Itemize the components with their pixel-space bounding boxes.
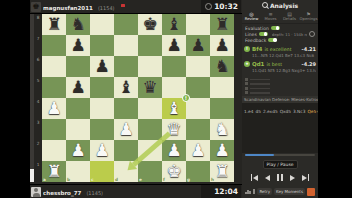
square-g6[interactable] (186, 56, 210, 77)
square-d6[interactable] (114, 56, 138, 77)
square-b6[interactable] (66, 56, 90, 77)
move-token[interactable]: 2.exd5 (263, 109, 278, 114)
pause-button[interactable] (277, 174, 283, 181)
move-feedback: ! Bf4 is excellent -4.21 11...Nf5 12.Qd1… (242, 44, 318, 76)
square-a7[interactable] (42, 35, 66, 56)
chart-icon[interactable] (245, 190, 251, 194)
engine-settings: Evaluation Lines depth: 11 · 154k n/s Fe… (242, 24, 318, 44)
first-move-button[interactable] (251, 174, 258, 181)
panel-header: Analysis (242, 0, 318, 10)
tab-review[interactable]: ◎ Review (242, 10, 261, 23)
previous-move-button[interactable] (265, 175, 270, 181)
panel-title: Analysis (270, 2, 298, 9)
piece-black-rook[interactable]: ♜ (42, 14, 66, 35)
excellent-move-icon: ! (244, 46, 250, 52)
piece-white-pawn[interactable]: ♟ (66, 140, 90, 161)
square-e6[interactable] (138, 56, 162, 77)
piece-white-pawn[interactable]: ♟ (114, 119, 138, 140)
piece-black-pawn[interactable]: ♟ (90, 56, 114, 77)
feedback-row-played[interactable]: ! Bf4 is excellent -4.21 11...Nf5 12.Qd1… (244, 46, 316, 58)
piece-black-pawn[interactable]: ♟ (162, 35, 186, 56)
piece-white-rook[interactable]: ♜ (42, 161, 66, 182)
square-g5[interactable] (186, 77, 210, 98)
square-c3[interactable] (90, 119, 114, 140)
panel-footer: Retry Key Moments (242, 185, 318, 198)
clock-bottom-time: 12:04 (214, 187, 238, 196)
feedback-toggle[interactable] (268, 38, 277, 43)
piece-white-pawn[interactable]: ♟ (42, 98, 66, 119)
player-bar-top: ♚ magnusfan2011 (1154) ♙♙♙ 10:32 (30, 0, 242, 13)
piece-white-queen[interactable]: ♛ (162, 119, 186, 140)
avatar-top[interactable]: ♚ (31, 2, 41, 12)
piece-white-pawn[interactable]: ♟ (90, 140, 114, 161)
move-token[interactable]: Qe5+ (307, 109, 318, 114)
engine-extra-row[interactable] (245, 91, 315, 96)
engine-line-1[interactable]: 11...Nf5 12.Qd1 Be7 13.c3 Nc6 (252, 53, 316, 58)
eval-value-1: -4.21 (302, 46, 316, 52)
file-coordinate: g (187, 177, 190, 182)
piece-black-pawn[interactable]: ♟ (66, 77, 90, 98)
playback-controls (242, 170, 318, 185)
square-e4[interactable] (138, 98, 162, 119)
feedback-row-best[interactable]: ★ Qd1 is best -4.29 11.Qd1 Nf5 12.Bg3 Nx… (244, 61, 316, 73)
piece-white-king[interactable]: ♚ (162, 161, 186, 182)
panel-tabs: ◎ Review ≡ Moves ▤ Details ⚑ Openings (242, 10, 318, 24)
clock-top: 10:32 (201, 0, 241, 13)
lines-toggle[interactable] (259, 32, 268, 37)
move-token[interactable]: Qxd5 (280, 109, 291, 114)
square-d8[interactable] (114, 14, 138, 35)
opening-name-bar: Scandinavian Defense: Mieses-Kotroc Vari… (242, 96, 318, 103)
square-d7[interactable] (114, 35, 138, 56)
player-bar-bottom: chessbro_77 (1145) ♟♟♟ 12:04 (30, 185, 242, 198)
board-grid-icon[interactable] (253, 189, 256, 194)
lines-label: Lines (245, 32, 257, 37)
file-coordinate: e (139, 177, 142, 182)
clock-top-time: 10:32 (214, 2, 238, 11)
flag-icon (121, 4, 125, 7)
player-bottom-rating: (1145) (86, 190, 103, 196)
analysis-panel: Analysis ◎ Review ≡ Moves ▤ Details ⚑ Op… (242, 0, 318, 198)
play-pause-tooltip: Play / Pause (263, 160, 298, 169)
avatar-bottom[interactable] (31, 187, 41, 197)
retry-button[interactable]: Retry (257, 188, 272, 195)
piece-white-pawn[interactable]: ♟ (186, 140, 210, 161)
clock-bottom: 12:04 (201, 185, 241, 198)
piece-black-pawn[interactable]: ♟ (186, 35, 210, 56)
piece-black-bishop[interactable]: ♝ (114, 77, 138, 98)
move-classification-badge: ! (182, 94, 190, 102)
square-a5[interactable] (42, 77, 66, 98)
piece-white-knight[interactable]: ♞ (210, 119, 234, 140)
search-icon (262, 2, 268, 8)
evaluation-toggle[interactable] (271, 26, 280, 31)
square-h5[interactable] (210, 77, 234, 98)
collapsed-engine-rows (242, 76, 318, 96)
square-f6[interactable] (162, 56, 186, 77)
square-c4[interactable] (90, 98, 114, 119)
square-e3[interactable] (138, 119, 162, 140)
opening-name[interactable]: Scandinavian Defense: Mieses-Kotroc Vari… (244, 97, 318, 102)
last-move-button[interactable] (302, 174, 309, 181)
square-g1[interactable]: g (186, 161, 210, 182)
engine-line-2[interactable]: 11.Qd1 Nf5 12.Bg3 Nxg3+ 13.hxg3 (252, 68, 316, 73)
move-token[interactable]: d5 (255, 109, 260, 114)
square-d1[interactable]: d (114, 161, 138, 182)
square-g8[interactable] (186, 14, 210, 35)
piece-black-rook[interactable]: ♜ (210, 14, 234, 35)
piece-black-bishop[interactable]: ♝ (162, 14, 186, 35)
player-bottom-name[interactable]: chessbro_77 (43, 190, 81, 196)
tab-openings[interactable]: ⚑ Openings (299, 10, 318, 23)
eval-value-2: -4.29 (302, 61, 316, 67)
square-a2[interactable] (42, 140, 66, 161)
move-list: 1.e4d52.exd5Qxd53.Nc3Qe5+4.Be2c65.Nh3Nh6… (242, 103, 318, 153)
piece-black-knight[interactable]: ♞ (66, 14, 90, 35)
square-c7[interactable] (90, 35, 114, 56)
move-token[interactable]: 1.e4 (244, 109, 253, 114)
square-e7[interactable] (138, 35, 162, 56)
piece-black-knight[interactable]: ♞ (210, 56, 234, 77)
key-moments-button[interactable]: Key Moments (274, 188, 305, 195)
player-top-rating: (1154) (98, 5, 115, 11)
file-coordinate: d (115, 177, 118, 182)
square-g4[interactable] (186, 98, 210, 119)
piece-white-bishop[interactable]: ♝ (162, 98, 186, 119)
piece-black-king[interactable]: ♚ (138, 14, 162, 35)
square-a3[interactable] (42, 119, 66, 140)
square-b4[interactable] (66, 98, 90, 119)
square-c8[interactable] (90, 14, 114, 35)
piece-white-rook[interactable]: ♜ (210, 161, 234, 182)
piece-black-pawn[interactable]: ♟ (66, 35, 90, 56)
tab-details[interactable]: ▤ Details (280, 10, 299, 23)
piece-white-pawn[interactable]: ♟ (210, 140, 234, 161)
rank-coordinates: 87654321 (34, 14, 42, 182)
coach-avatar[interactable] (307, 188, 315, 196)
piece-white-pawn[interactable]: ♟ (162, 140, 186, 161)
evaluation-label: Evaluation (245, 26, 269, 31)
next-move-button[interactable] (290, 175, 295, 181)
timer-icon (205, 3, 212, 10)
page: ♚ magnusfan2011 (1154) ♙♙♙ 10:32 8765432… (0, 0, 352, 198)
tab-moves[interactable]: ≡ Moves (261, 10, 280, 23)
square-g3[interactable] (186, 119, 210, 140)
chess-board: abcdefgh ! ♜♞♚♝♜♟♟♟♟♟♞♟♝♛♟♝♟♛♞♟♟♟♟♟♜♚♜ (42, 14, 234, 182)
piece-black-pawn[interactable]: ♟ (210, 35, 234, 56)
square-h4[interactable] (210, 98, 234, 119)
square-d2[interactable] (114, 140, 138, 161)
piece-black-queen[interactable]: ♛ (138, 77, 162, 98)
square-e2[interactable] (138, 140, 162, 161)
engine-depth-info: depth: 11 · 154k n/s (272, 32, 307, 37)
board-frame: 87654321 abcdefgh ! ♜♞♚♝♜♟♟♟♟♟♞♟♝♛♟♝♟♛♞♟… (30, 14, 242, 184)
move-token[interactable]: 3.Nc3 (293, 109, 305, 114)
square-d4[interactable] (114, 98, 138, 119)
square-e1[interactable]: e (138, 161, 162, 182)
player-top-name[interactable]: magnusfan2011 (43, 5, 93, 11)
feedback-label: Feedback (245, 38, 266, 43)
best-move-icon: ★ (244, 61, 250, 67)
square-a6[interactable] (42, 56, 66, 77)
info-icon[interactable] (309, 31, 315, 37)
tooltip-zone: Play / Pause (242, 159, 318, 170)
square-c5[interactable] (90, 77, 114, 98)
square-b3[interactable] (66, 119, 90, 140)
